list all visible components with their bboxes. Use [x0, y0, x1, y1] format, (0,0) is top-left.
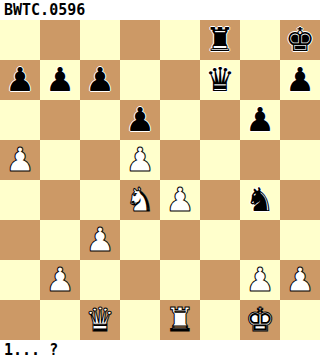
- square-f7[interactable]: ♛: [200, 60, 240, 100]
- square-a5[interactable]: ♟: [0, 140, 40, 180]
- square-h4[interactable]: [280, 180, 320, 220]
- square-f5[interactable]: [200, 140, 240, 180]
- square-e8[interactable]: [160, 20, 200, 60]
- piece-white-pawn: ♟: [40, 260, 80, 300]
- square-g1[interactable]: ♚: [240, 300, 280, 340]
- piece-black-pawn: ♟: [80, 60, 120, 100]
- square-d2[interactable]: [120, 260, 160, 300]
- piece-black-queen: ♛: [200, 60, 240, 100]
- square-c7[interactable]: ♟: [80, 60, 120, 100]
- square-a1[interactable]: [0, 300, 40, 340]
- square-d1[interactable]: [120, 300, 160, 340]
- square-d6[interactable]: ♟: [120, 100, 160, 140]
- square-e3[interactable]: [160, 220, 200, 260]
- square-b6[interactable]: [40, 100, 80, 140]
- square-f8[interactable]: ♜: [200, 20, 240, 60]
- square-c4[interactable]: [80, 180, 120, 220]
- square-c5[interactable]: [80, 140, 120, 180]
- square-e5[interactable]: [160, 140, 200, 180]
- square-e1[interactable]: ♜: [160, 300, 200, 340]
- piece-black-pawn: ♟: [280, 60, 320, 100]
- piece-white-king: ♚: [240, 300, 280, 340]
- square-g5[interactable]: [240, 140, 280, 180]
- square-f6[interactable]: [200, 100, 240, 140]
- chess-board: ♜♚♟♟♟♛♟♟♟♟♟♞♟♞♟♟♟♟♛♜♚: [0, 20, 320, 340]
- square-a2[interactable]: [0, 260, 40, 300]
- square-g7[interactable]: [240, 60, 280, 100]
- square-a8[interactable]: [0, 20, 40, 60]
- square-f4[interactable]: [200, 180, 240, 220]
- square-e2[interactable]: [160, 260, 200, 300]
- piece-white-pawn: ♟: [240, 260, 280, 300]
- square-a3[interactable]: [0, 220, 40, 260]
- piece-white-pawn: ♟: [160, 180, 200, 220]
- square-g3[interactable]: [240, 220, 280, 260]
- square-a6[interactable]: [0, 100, 40, 140]
- square-h2[interactable]: ♟: [280, 260, 320, 300]
- square-a7[interactable]: ♟: [0, 60, 40, 100]
- square-f3[interactable]: [200, 220, 240, 260]
- square-h8[interactable]: ♚: [280, 20, 320, 60]
- square-h6[interactable]: [280, 100, 320, 140]
- square-h5[interactable]: [280, 140, 320, 180]
- square-g4[interactable]: ♞: [240, 180, 280, 220]
- square-b8[interactable]: [40, 20, 80, 60]
- square-g6[interactable]: ♟: [240, 100, 280, 140]
- square-e6[interactable]: [160, 100, 200, 140]
- piece-white-pawn: ♟: [280, 260, 320, 300]
- square-e7[interactable]: [160, 60, 200, 100]
- square-b7[interactable]: ♟: [40, 60, 80, 100]
- piece-white-pawn: ♟: [120, 140, 160, 180]
- piece-black-pawn: ♟: [240, 100, 280, 140]
- square-e4[interactable]: ♟: [160, 180, 200, 220]
- square-h1[interactable]: [280, 300, 320, 340]
- piece-black-knight: ♞: [240, 180, 280, 220]
- square-h3[interactable]: [280, 220, 320, 260]
- square-d7[interactable]: [120, 60, 160, 100]
- square-d8[interactable]: [120, 20, 160, 60]
- square-b3[interactable]: [40, 220, 80, 260]
- piece-white-knight: ♞: [120, 180, 160, 220]
- square-c3[interactable]: ♟: [80, 220, 120, 260]
- square-c1[interactable]: ♛: [80, 300, 120, 340]
- move-prompt: 1... ?: [0, 340, 320, 360]
- square-d3[interactable]: [120, 220, 160, 260]
- square-f1[interactable]: [200, 300, 240, 340]
- square-c8[interactable]: [80, 20, 120, 60]
- piece-black-pawn: ♟: [0, 60, 40, 100]
- square-g2[interactable]: ♟: [240, 260, 280, 300]
- square-c2[interactable]: [80, 260, 120, 300]
- piece-white-pawn: ♟: [80, 220, 120, 260]
- piece-black-king: ♚: [280, 20, 320, 60]
- square-c6[interactable]: [80, 100, 120, 140]
- piece-white-pawn: ♟: [0, 140, 40, 180]
- piece-black-pawn: ♟: [120, 100, 160, 140]
- piece-white-queen: ♛: [80, 300, 120, 340]
- square-d4[interactable]: ♞: [120, 180, 160, 220]
- square-b1[interactable]: [40, 300, 80, 340]
- square-h7[interactable]: ♟: [280, 60, 320, 100]
- puzzle-id: BWTC.0596: [0, 0, 320, 20]
- square-g8[interactable]: [240, 20, 280, 60]
- piece-black-rook: ♜: [200, 20, 240, 60]
- square-f2[interactable]: [200, 260, 240, 300]
- square-b5[interactable]: [40, 140, 80, 180]
- piece-white-rook: ♜: [160, 300, 200, 340]
- square-d5[interactable]: ♟: [120, 140, 160, 180]
- square-a4[interactable]: [0, 180, 40, 220]
- piece-black-pawn: ♟: [40, 60, 80, 100]
- square-b2[interactable]: ♟: [40, 260, 80, 300]
- square-b4[interactable]: [40, 180, 80, 220]
